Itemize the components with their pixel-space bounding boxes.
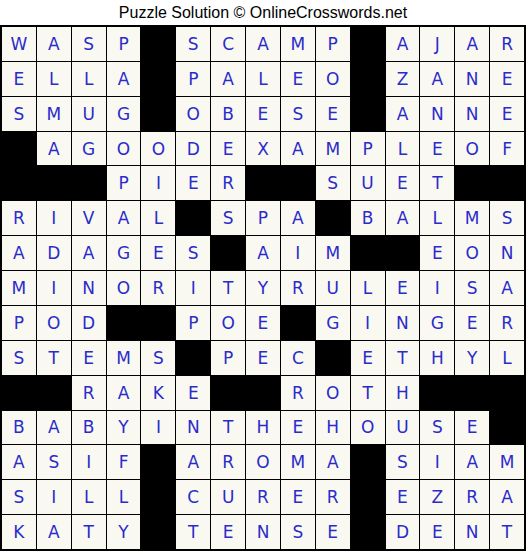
grid-cell: E: [316, 515, 350, 549]
black-cell: [420, 376, 454, 410]
grid-cell: A: [386, 201, 420, 235]
grid-cell: O: [316, 62, 350, 96]
grid-cell: O: [107, 271, 141, 305]
grid-cell: R: [2, 201, 36, 235]
grid-cell: T: [211, 271, 245, 305]
grid-cell: U: [211, 480, 245, 514]
grid-cell: E: [386, 480, 420, 514]
black-cell: [2, 166, 36, 200]
grid-cell: A: [246, 236, 280, 270]
grid-cell: N: [246, 515, 280, 549]
grid-cell: S: [2, 341, 36, 375]
black-cell: [386, 236, 420, 270]
grid-cell: E: [2, 62, 36, 96]
grid-cell: D: [386, 515, 420, 549]
grid-cell: S: [72, 27, 106, 61]
black-cell: [211, 376, 245, 410]
grid-cell: Z: [386, 62, 420, 96]
grid-cell: E: [211, 515, 245, 549]
black-cell: [351, 236, 385, 270]
grid-cell: H: [246, 411, 280, 445]
grid-cell: I: [37, 480, 71, 514]
grid-cell: A: [420, 62, 454, 96]
grid-cell: R: [281, 376, 315, 410]
grid-cell: N: [455, 515, 489, 549]
grid-cell: P: [316, 27, 350, 61]
black-cell: [246, 166, 280, 200]
black-cell: [490, 376, 524, 410]
grid-cell: N: [176, 411, 210, 445]
grid-cell: O: [316, 376, 350, 410]
grid-cell: A: [281, 132, 315, 166]
grid-cell: D: [176, 132, 210, 166]
grid-cell: L: [72, 62, 106, 96]
grid-cell: G: [316, 306, 350, 340]
black-cell: [2, 376, 36, 410]
grid-cell: E: [281, 62, 315, 96]
grid-cell: I: [420, 271, 454, 305]
black-cell: [246, 376, 280, 410]
grid-cell: Y: [107, 411, 141, 445]
grid-cell: M: [107, 341, 141, 375]
grid-cell: L: [246, 62, 280, 96]
grid-cell: F: [490, 132, 524, 166]
grid-cell: A: [490, 480, 524, 514]
grid-cell: U: [351, 166, 385, 200]
grid-cell: O: [107, 132, 141, 166]
grid-cell: A: [37, 27, 71, 61]
grid-cell: A: [72, 236, 106, 270]
grid-cell: O: [455, 236, 489, 270]
grid-cell: O: [351, 411, 385, 445]
grid-cell: S: [141, 341, 175, 375]
grid-cell: I: [37, 201, 71, 235]
grid-cell: S: [37, 445, 71, 479]
black-cell: [141, 97, 175, 131]
grid-cell: S: [176, 236, 210, 270]
grid-cell: D: [72, 306, 106, 340]
grid-cell: L: [141, 201, 175, 235]
grid-cell: E: [420, 132, 454, 166]
grid-cell: R: [211, 166, 245, 200]
grid-cell: I: [176, 271, 210, 305]
grid-cell: A: [316, 445, 350, 479]
black-cell: [351, 445, 385, 479]
black-cell: [281, 166, 315, 200]
grid-cell: R: [211, 445, 245, 479]
grid-cell: E: [72, 341, 106, 375]
black-cell: [37, 166, 71, 200]
grid-cell: N: [386, 306, 420, 340]
black-cell: [72, 166, 106, 200]
page-title: Puzzle Solution © OnlineCrosswords.net: [0, 0, 526, 25]
black-cell: [316, 201, 350, 235]
grid-cell: N: [455, 97, 489, 131]
grid-cell: T: [490, 515, 524, 549]
grid-cell: A: [107, 376, 141, 410]
grid-cell: I: [351, 306, 385, 340]
grid-cell: E: [420, 236, 454, 270]
grid-cell: E: [211, 132, 245, 166]
grid-cell: K: [2, 515, 36, 549]
grid-cell: I: [72, 445, 106, 479]
grid-cell: R: [72, 376, 106, 410]
grid-cell: E: [490, 97, 524, 131]
black-cell: [141, 480, 175, 514]
grid-cell: I: [141, 411, 175, 445]
grid-cell: H: [420, 341, 454, 375]
black-cell: [455, 376, 489, 410]
grid-cell: T: [386, 341, 420, 375]
grid-cell: T: [351, 376, 385, 410]
grid-cell: R: [281, 271, 315, 305]
grid-cell: I: [420, 445, 454, 479]
grid-cell: M: [2, 271, 36, 305]
grid-cell: P: [246, 201, 280, 235]
grid-cell: A: [107, 62, 141, 96]
grid-cell: O: [455, 132, 489, 166]
grid-cell: B: [2, 411, 36, 445]
grid-cell: O: [246, 445, 280, 479]
grid-cell: P: [107, 166, 141, 200]
grid-cell: M: [316, 132, 350, 166]
grid-cell: E: [246, 341, 280, 375]
grid-cell: L: [386, 132, 420, 166]
grid-cell: R: [490, 306, 524, 340]
grid-cell: T: [176, 515, 210, 549]
grid-cell: U: [72, 97, 106, 131]
grid-cell: E: [455, 306, 489, 340]
grid-cell: M: [37, 97, 71, 131]
black-cell: [141, 62, 175, 96]
grid-cell: E: [141, 236, 175, 270]
grid-cell: E: [490, 62, 524, 96]
grid-cell: L: [490, 341, 524, 375]
grid-cell: P: [107, 27, 141, 61]
grid-cell: O: [176, 97, 210, 131]
grid-cell: P: [176, 62, 210, 96]
black-cell: [281, 306, 315, 340]
grid-cell: M: [455, 201, 489, 235]
grid-cell: E: [281, 411, 315, 445]
grid-cell: L: [420, 201, 454, 235]
grid-cell: S: [490, 201, 524, 235]
grid-cell: S: [281, 97, 315, 131]
grid-cell: T: [72, 515, 106, 549]
grid-cell: S: [176, 27, 210, 61]
crossword-board: WASPSCAMPAJARELLAPALEOZANESMUGOBESEANNEA…: [0, 25, 526, 551]
grid-cell: I: [281, 236, 315, 270]
grid-cell: C: [176, 480, 210, 514]
black-cell: [176, 201, 210, 235]
grid-cell: F: [107, 445, 141, 479]
grid-cell: Y: [455, 341, 489, 375]
grid-cell: T: [211, 411, 245, 445]
grid-cell: S: [2, 480, 36, 514]
grid-cell: A: [455, 445, 489, 479]
grid-cell: X: [246, 132, 280, 166]
grid-cell: S: [211, 201, 245, 235]
black-cell: [351, 480, 385, 514]
grid-cell: O: [37, 306, 71, 340]
black-cell: [351, 515, 385, 549]
grid-cell: E: [386, 166, 420, 200]
grid-cell: A: [2, 236, 36, 270]
black-cell: [176, 341, 210, 375]
grid-cell: O: [141, 132, 175, 166]
grid-cell: M: [281, 445, 315, 479]
grid-cell: P: [2, 306, 36, 340]
grid-cell: G: [420, 306, 454, 340]
grid-cell: S: [455, 271, 489, 305]
black-cell: [107, 306, 141, 340]
grid-cell: N: [420, 97, 454, 131]
grid-cell: S: [316, 166, 350, 200]
grid-cell: A: [176, 445, 210, 479]
grid-cell: M: [316, 236, 350, 270]
grid-cell: E: [176, 166, 210, 200]
black-cell: [141, 445, 175, 479]
black-cell: [351, 27, 385, 61]
grid-cell: G: [107, 236, 141, 270]
grid-cell: R: [246, 480, 280, 514]
grid-cell: E: [246, 97, 280, 131]
grid-cell: V: [72, 201, 106, 235]
black-cell: [141, 515, 175, 549]
grid-cell: E: [420, 515, 454, 549]
black-cell: [211, 236, 245, 270]
grid-cell: B: [72, 411, 106, 445]
grid-cell: Z: [420, 480, 454, 514]
grid-cell: H: [386, 376, 420, 410]
grid-cell: E: [246, 306, 280, 340]
grid-cell: W: [2, 27, 36, 61]
grid-cell: J: [420, 27, 454, 61]
grid-cell: E: [176, 376, 210, 410]
grid-cell: Y: [246, 271, 280, 305]
grid-cell: A: [37, 132, 71, 166]
grid-cell: A: [2, 445, 36, 479]
grid-cell: E: [386, 271, 420, 305]
grid-cell: R: [141, 271, 175, 305]
black-cell: [141, 27, 175, 61]
grid-cell: A: [246, 27, 280, 61]
grid-cell: L: [351, 271, 385, 305]
grid-cell: A: [281, 201, 315, 235]
grid-cell: L: [37, 62, 71, 96]
grid-cell: R: [316, 480, 350, 514]
grid-cell: S: [386, 445, 420, 479]
black-cell: [2, 132, 36, 166]
grid-cell: A: [386, 97, 420, 131]
grid-cell: B: [351, 201, 385, 235]
grid-cell: O: [211, 306, 245, 340]
black-cell: [490, 411, 524, 445]
grid-cell: A: [37, 411, 71, 445]
black-cell: [351, 62, 385, 96]
grid-cell: E: [281, 480, 315, 514]
grid-cell: H: [316, 411, 350, 445]
grid-cell: R: [455, 480, 489, 514]
grid-cell: A: [107, 201, 141, 235]
grid-cell: C: [281, 341, 315, 375]
grid-cell: G: [107, 97, 141, 131]
grid-cell: A: [211, 62, 245, 96]
grid-cell: M: [281, 27, 315, 61]
grid-cell: S: [2, 97, 36, 131]
grid-cell: B: [211, 97, 245, 131]
grid-cell: U: [316, 271, 350, 305]
grid-cell: G: [72, 132, 106, 166]
grid-cell: L: [72, 480, 106, 514]
grid-cell: P: [211, 341, 245, 375]
grid-cell: P: [176, 306, 210, 340]
grid-cell: N: [455, 62, 489, 96]
grid-cell: A: [455, 27, 489, 61]
grid-cell: R: [490, 27, 524, 61]
grid-cell: E: [455, 411, 489, 445]
black-cell: [37, 376, 71, 410]
black-cell: [316, 341, 350, 375]
grid-cell: N: [490, 236, 524, 270]
grid-cell: E: [316, 97, 350, 131]
grid-cell: C: [211, 27, 245, 61]
grid-cell: N: [72, 271, 106, 305]
grid-cell: S: [420, 411, 454, 445]
grid-cell: I: [141, 166, 175, 200]
black-cell: [351, 97, 385, 131]
grid-cell: A: [386, 27, 420, 61]
black-cell: [455, 166, 489, 200]
grid-cell: A: [37, 515, 71, 549]
grid-cell: Y: [107, 515, 141, 549]
grid-cell: T: [420, 166, 454, 200]
grid-cell: S: [281, 515, 315, 549]
grid-cell: P: [351, 132, 385, 166]
grid-cell: I: [37, 271, 71, 305]
grid-cell: L: [107, 480, 141, 514]
grid-cell: U: [386, 411, 420, 445]
grid-cell: A: [490, 271, 524, 305]
grid-cell: E: [351, 341, 385, 375]
grid-cell: T: [37, 341, 71, 375]
black-cell: [490, 166, 524, 200]
black-cell: [141, 306, 175, 340]
grid-cell: K: [141, 376, 175, 410]
grid-cell: D: [37, 236, 71, 270]
grid-cell: M: [490, 445, 524, 479]
